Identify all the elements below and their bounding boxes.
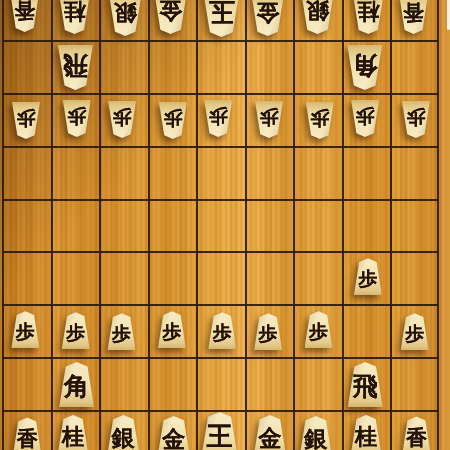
shogi-piece-silver-gote[interactable]: 銀 [301,0,334,34]
board-cell[interactable]: 角 [342,40,391,93]
shogi-piece-pawn-gote[interactable]: 歩 [108,101,136,138]
shogi-piece-pawn-sente[interactable]: 歩 [254,313,282,350]
piece-kanji: 金 [157,416,190,450]
piece-kanji: 歩 [12,102,40,139]
board-cell[interactable] [148,40,197,93]
piece-kanji: 桂 [59,0,90,34]
shogi-piece-lance-gote[interactable]: 香 [10,0,39,32]
shogi-piece-silver-sente[interactable]: 銀 [107,415,140,450]
shogi-piece-gold-gote[interactable]: 金 [251,0,284,36]
shogi-piece-pawn-sente[interactable]: 歩 [158,311,186,348]
shogi-piece-king-sente[interactable]: 王 [201,412,238,450]
board-cell[interactable]: 銀 [99,0,148,40]
shogi-piece-knight-sente[interactable]: 桂 [351,415,382,450]
piece-kanji: 歩 [208,312,236,349]
piece-kanji: 飛 [58,45,93,90]
board-cell[interactable]: 金 [245,0,294,40]
board-cell[interactable]: 歩 [99,93,148,146]
piece-kanji: 香 [10,0,39,32]
board-cell[interactable] [390,40,439,93]
board-cell[interactable]: 歩 [2,93,51,146]
piece-kanji: 歩 [159,102,187,139]
board-cell[interactable]: 歩 [342,93,391,146]
board-cell[interactable]: 王 [196,410,245,450]
shogi-piece-pawn-gote[interactable]: 歩 [255,101,283,138]
board-cell[interactable] [293,146,342,199]
piece-kanji: 香 [13,417,42,450]
piece-kanji: 桂 [351,415,382,450]
board-cell[interactable]: 歩 [196,93,245,146]
board-cell[interactable]: 歩 [51,304,100,357]
piece-kanji: 歩 [255,101,283,138]
board-right-edge [441,0,450,450]
piece-kanji: 歩 [108,101,136,138]
board-cell[interactable]: 歩 [245,93,294,146]
shogi-piece-silver-gote[interactable]: 銀 [109,0,142,36]
board-cell[interactable] [99,146,148,199]
piece-kanji: 飛 [348,362,383,407]
piece-kanji: 歩 [304,311,332,348]
board-cell[interactable] [51,199,100,252]
board-cell[interactable] [245,357,294,410]
board-cell[interactable] [51,251,100,304]
shogi-piece-pawn-sente[interactable]: 歩 [108,313,136,350]
board-cell[interactable] [148,199,197,252]
board-cell[interactable]: 香 [390,410,439,450]
shogi-piece-lance-sente[interactable]: 香 [402,416,431,450]
piece-kanji: 歩 [351,100,379,137]
board-cell[interactable] [51,146,100,199]
piece-kanji: 歩 [354,258,382,295]
piece-kanji: 銀 [107,415,140,450]
board-cell[interactable] [390,146,439,199]
board-cell[interactable]: 金 [148,410,197,450]
board-cell[interactable] [245,40,294,93]
board-cell[interactable]: 歩 [245,304,294,357]
board-cell[interactable] [196,199,245,252]
board-cell[interactable]: 桂 [342,0,391,40]
shogi-piece-gold-sente[interactable]: 金 [157,416,190,450]
shogi-piece-pawn-sente[interactable]: 歩 [11,311,39,348]
board-cell[interactable]: 金 [148,0,197,40]
board-cell[interactable] [342,199,391,252]
board-cell[interactable] [390,199,439,252]
shogi-board: 香桂銀金玉金銀桂香飛角歩歩歩歩歩歩歩歩歩歩歩歩歩歩歩歩歩歩角飛香桂銀金王金銀桂香 [0,0,450,450]
shogi-piece-gold-gote[interactable]: 金 [155,0,188,34]
board-cell[interactable]: 金 [245,410,294,450]
piece-kanji: 桂 [58,415,89,450]
board-cell[interactable] [245,146,294,199]
shogi-piece-bishop-sente[interactable]: 角 [59,362,94,407]
board-cell[interactable]: 桂 [342,410,391,450]
board-cell[interactable] [99,199,148,252]
piece-kanji: 角 [59,362,94,407]
board-cell[interactable] [148,146,197,199]
piece-kanji: 歩 [401,313,429,350]
board-cell[interactable] [196,251,245,304]
board-cell[interactable] [99,251,148,304]
board-cell[interactable]: 歩 [148,304,197,357]
shogi-piece-gold-sente[interactable]: 金 [253,415,286,450]
shogi-piece-knight-gote[interactable]: 桂 [352,0,383,34]
board-cell[interactable]: 香 [390,0,439,40]
shogi-piece-pawn-gote[interactable]: 歩 [63,100,91,137]
shogi-piece-rook-sente[interactable]: 飛 [348,362,383,407]
shogi-piece-lance-sente[interactable]: 香 [13,417,42,450]
board-cell[interactable]: 香 [2,410,51,450]
board-cell[interactable]: 歩 [342,251,391,304]
board-cell[interactable] [245,199,294,252]
board-cell[interactable]: 銀 [99,410,148,450]
piece-kanji: 金 [251,0,284,36]
board-cell[interactable] [196,40,245,93]
board-cell[interactable] [2,40,51,93]
shogi-piece-rook-gote[interactable]: 飛 [58,45,93,90]
piece-kanji: 銀 [299,416,332,450]
board-cell[interactable] [2,251,51,304]
board-cell[interactable] [390,251,439,304]
shogi-piece-pawn-sente[interactable]: 歩 [62,312,90,349]
shogi-piece-knight-sente[interactable]: 桂 [58,415,89,450]
board-cell[interactable] [148,357,197,410]
board-cell[interactable]: 歩 [51,93,100,146]
shogi-piece-lance-gote[interactable]: 香 [399,0,428,34]
piece-kanji: 銀 [301,0,334,34]
piece-kanji: 香 [402,416,431,450]
piece-kanji: 桂 [352,0,383,34]
board-cell[interactable]: 玉 [196,0,245,40]
piece-kanji: 角 [347,45,382,90]
board-cell[interactable]: 歩 [196,304,245,357]
piece-kanji: 歩 [205,100,233,137]
shogi-piece-pawn-sente[interactable]: 歩 [401,313,429,350]
board-cell[interactable] [293,357,342,410]
shogi-piece-pawn-gote[interactable]: 歩 [351,100,379,137]
piece-kanji: 歩 [62,312,90,349]
piece-kanji: 歩 [108,313,136,350]
board-cell[interactable] [2,199,51,252]
piece-kanji: 香 [399,0,428,34]
board-cell[interactable]: 角 [51,357,100,410]
shogi-piece-pawn-sente[interactable]: 歩 [354,258,382,295]
piece-kanji: 歩 [305,102,333,139]
shogi-piece-king-gote[interactable]: 玉 [203,0,240,37]
piece-kanji: 歩 [254,313,282,350]
board-cell[interactable] [293,199,342,252]
board-cell[interactable] [2,146,51,199]
shogi-piece-pawn-gote[interactable]: 歩 [402,101,430,138]
shogi-piece-pawn-gote[interactable]: 歩 [12,102,40,139]
piece-kanji: 銀 [109,0,142,36]
piece-kanji: 金 [155,0,188,34]
board-cell[interactable] [2,357,51,410]
board-cell[interactable]: 歩 [390,93,439,146]
board-cell[interactable] [293,40,342,93]
shogi-piece-bishop-gote[interactable]: 角 [347,45,382,90]
board-cell[interactable]: 銀 [293,0,342,40]
board-cell[interactable]: 香 [2,0,51,40]
shogi-piece-pawn-gote[interactable]: 歩 [305,102,333,139]
piece-kanji: 歩 [402,101,430,138]
piece-kanji: 歩 [11,311,39,348]
board-cell[interactable] [342,146,391,199]
shogi-piece-pawn-sente[interactable]: 歩 [304,311,332,348]
board-cell[interactable]: 飛 [51,40,100,93]
board-cell[interactable] [99,40,148,93]
shogi-piece-pawn-gote[interactable]: 歩 [205,100,233,137]
piece-kanji: 金 [253,415,286,450]
board-cell[interactable]: 歩 [99,304,148,357]
board-cell[interactable] [148,251,197,304]
board-cells: 香桂銀金玉金銀桂香飛角歩歩歩歩歩歩歩歩歩歩歩歩歩歩歩歩歩歩角飛香桂銀金王金銀桂香 [2,0,439,450]
piece-kanji: 歩 [158,311,186,348]
board-cell[interactable]: 桂 [51,410,100,450]
board-cell[interactable] [196,146,245,199]
board-cell[interactable] [99,357,148,410]
board-cell[interactable]: 飛 [342,357,391,410]
board-cell[interactable]: 歩 [390,304,439,357]
board-cell[interactable] [390,357,439,410]
board-cell[interactable] [342,304,391,357]
board-cell[interactable]: 歩 [293,304,342,357]
piece-kanji: 玉 [203,0,240,37]
shogi-piece-pawn-gote[interactable]: 歩 [159,102,187,139]
piece-kanji: 歩 [63,100,91,137]
shogi-piece-silver-sente[interactable]: 銀 [299,416,332,450]
board-cell[interactable] [293,251,342,304]
board-cell[interactable]: 歩 [2,304,51,357]
board-cell[interactable]: 銀 [293,410,342,450]
board-cell[interactable]: 桂 [51,0,100,40]
board-cell[interactable] [245,251,294,304]
board-cell[interactable]: 歩 [293,93,342,146]
shogi-piece-knight-gote[interactable]: 桂 [59,0,90,34]
piece-kanji: 王 [201,412,238,450]
shogi-piece-pawn-sente[interactable]: 歩 [208,312,236,349]
board-cell[interactable] [196,357,245,410]
board-cell[interactable]: 歩 [148,93,197,146]
